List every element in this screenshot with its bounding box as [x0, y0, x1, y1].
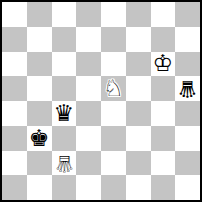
- piece-black-queen[interactable]: ♛: [52, 101, 77, 126]
- square-d2[interactable]: [76, 151, 101, 176]
- square-d4[interactable]: [76, 101, 101, 126]
- square-c8[interactable]: [52, 2, 77, 27]
- square-d7[interactable]: [76, 27, 101, 52]
- square-h3[interactable]: [175, 126, 200, 151]
- square-d3[interactable]: [76, 126, 101, 151]
- square-h8[interactable]: [175, 2, 200, 27]
- square-f3[interactable]: [126, 126, 151, 151]
- square-h1[interactable]: [175, 175, 200, 200]
- white-grasshopper-icon: ♕: [54, 151, 75, 174]
- chess-board: ♚♔♞♘♛♛♚♛♕: [0, 0, 202, 202]
- square-b4[interactable]: [27, 101, 52, 126]
- piece-white-grasshopper[interactable]: ♛♕: [52, 151, 77, 176]
- square-a7[interactable]: [2, 27, 27, 52]
- square-g6[interactable]: ♚♔: [151, 52, 176, 77]
- square-g2[interactable]: [151, 151, 176, 176]
- square-f5[interactable]: [126, 76, 151, 101]
- square-g3[interactable]: [151, 126, 176, 151]
- square-e2[interactable]: [101, 151, 126, 176]
- square-b3[interactable]: ♚: [27, 126, 52, 151]
- square-h6[interactable]: [175, 52, 200, 77]
- white-knight-icon: ♘: [103, 77, 124, 100]
- square-b6[interactable]: [27, 52, 52, 77]
- square-e4[interactable]: [101, 101, 126, 126]
- square-f2[interactable]: [126, 151, 151, 176]
- square-g4[interactable]: [151, 101, 176, 126]
- square-a1[interactable]: [2, 175, 27, 200]
- square-h4[interactable]: [175, 101, 200, 126]
- piece-black-grasshopper[interactable]: ♛: [175, 76, 200, 101]
- square-a3[interactable]: [2, 126, 27, 151]
- square-g1[interactable]: [151, 175, 176, 200]
- square-g8[interactable]: [151, 2, 176, 27]
- square-d8[interactable]: [76, 2, 101, 27]
- square-e5[interactable]: ♞♘: [101, 76, 126, 101]
- square-c6[interactable]: [52, 52, 77, 77]
- black-queen-icon: ♛: [54, 102, 75, 125]
- square-f6[interactable]: [126, 52, 151, 77]
- square-a2[interactable]: [2, 151, 27, 176]
- square-c3[interactable]: [52, 126, 77, 151]
- square-a4[interactable]: [2, 101, 27, 126]
- square-e7[interactable]: [101, 27, 126, 52]
- square-c4[interactable]: ♛: [52, 101, 77, 126]
- square-e8[interactable]: [101, 2, 126, 27]
- square-c5[interactable]: [52, 76, 77, 101]
- square-b8[interactable]: [27, 2, 52, 27]
- piece-white-knight[interactable]: ♞♘: [101, 76, 126, 101]
- black-king-icon: ♚: [29, 127, 50, 150]
- square-d1[interactable]: [76, 175, 101, 200]
- square-a6[interactable]: [2, 52, 27, 77]
- piece-black-king[interactable]: ♚: [27, 126, 52, 151]
- square-d5[interactable]: [76, 76, 101, 101]
- white-king-icon: ♔: [153, 52, 174, 75]
- square-a5[interactable]: [2, 76, 27, 101]
- square-c2[interactable]: ♛♕: [52, 151, 77, 176]
- square-b1[interactable]: [27, 175, 52, 200]
- square-b2[interactable]: [27, 151, 52, 176]
- square-e1[interactable]: [101, 175, 126, 200]
- square-e6[interactable]: [101, 52, 126, 77]
- square-e3[interactable]: [101, 126, 126, 151]
- black-grasshopper-icon: ♛: [177, 77, 198, 100]
- square-h5[interactable]: ♛: [175, 76, 200, 101]
- square-c7[interactable]: [52, 27, 77, 52]
- square-h7[interactable]: [175, 27, 200, 52]
- square-d6[interactable]: [76, 52, 101, 77]
- square-f4[interactable]: [126, 101, 151, 126]
- square-a8[interactable]: [2, 2, 27, 27]
- square-f8[interactable]: [126, 2, 151, 27]
- square-g7[interactable]: [151, 27, 176, 52]
- piece-white-king[interactable]: ♚♔: [151, 52, 176, 77]
- square-f1[interactable]: [126, 175, 151, 200]
- square-f7[interactable]: [126, 27, 151, 52]
- square-b5[interactable]: [27, 76, 52, 101]
- square-c1[interactable]: [52, 175, 77, 200]
- square-g5[interactable]: [151, 76, 176, 101]
- square-h2[interactable]: [175, 151, 200, 176]
- square-b7[interactable]: [27, 27, 52, 52]
